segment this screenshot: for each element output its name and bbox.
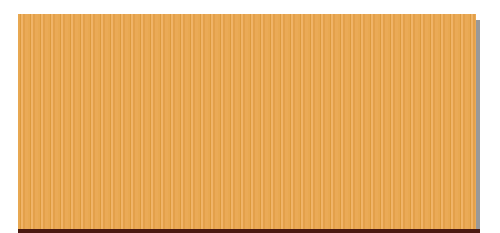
board-shadow: [476, 20, 480, 229]
go-diagram: [0, 0, 500, 233]
bottom-edge: [18, 229, 480, 233]
go-board[interactable]: [18, 14, 476, 233]
